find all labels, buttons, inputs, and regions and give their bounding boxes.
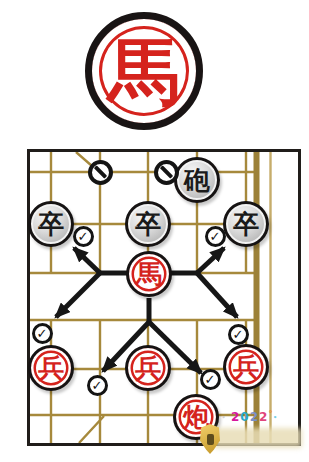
- move-arrow: [74, 248, 100, 273]
- piece-black-soldier-left[interactable]: 卒: [28, 201, 74, 247]
- watermark-shield-icon: [200, 424, 220, 454]
- allowed-check-icon: ✓: [205, 226, 226, 247]
- shield-emblem-dot: [207, 434, 214, 445]
- watermark-char: 2: [231, 410, 240, 424]
- page: 馬 砲卒卒卒馬兵兵兵炮 ✓✓✓✓✓✓ 。2022°。: [0, 0, 309, 462]
- watermark-char: 。: [273, 409, 282, 420]
- piece-red-soldier-left[interactable]: 兵: [28, 345, 74, 391]
- piece-black-soldier-mid[interactable]: 卒: [125, 201, 171, 247]
- grid-lines: [30, 152, 258, 443]
- piece-glyph: 兵: [233, 354, 259, 380]
- xiangqi-board: 砲卒卒卒馬兵兵兵炮 ✓✓✓✓✓✓: [27, 149, 301, 446]
- piece-black-soldier-right[interactable]: 卒: [223, 201, 269, 247]
- watermark-blur-logo: [214, 428, 302, 448]
- allowed-check-icon: ✓: [87, 375, 108, 396]
- piece-glyph: 馬: [136, 261, 162, 287]
- piece-glyph: 卒: [233, 211, 259, 237]
- piece-red-horse[interactable]: 馬: [126, 251, 172, 297]
- logo-horse-glyph: 馬: [108, 36, 180, 108]
- watermark-year-2022: 。2022°。: [222, 409, 282, 424]
- piece-glyph: 卒: [38, 211, 64, 237]
- allowed-check-icon: ✓: [228, 324, 249, 345]
- watermark-char: 。: [222, 409, 231, 420]
- allowed-check-icon: ✓: [200, 369, 221, 390]
- piece-glyph: 卒: [135, 211, 161, 237]
- move-arrow: [197, 273, 237, 317]
- watermark-char: 2: [250, 410, 259, 424]
- piece-glyph: 兵: [38, 355, 64, 381]
- move-arrow: [56, 273, 100, 317]
- piece-red-soldier-right[interactable]: 兵: [223, 344, 269, 390]
- piece-black-cannon[interactable]: 砲: [174, 157, 220, 203]
- piece-red-soldier-mid[interactable]: 兵: [125, 345, 171, 391]
- blocked-prohibit-icon: [154, 160, 179, 185]
- logo-horse-piece: 馬: [85, 12, 203, 130]
- watermark-char: 0: [240, 410, 249, 424]
- prohibit-slash: [159, 165, 172, 178]
- piece-glyph: 砲: [184, 167, 210, 193]
- prohibit-slash: [93, 165, 106, 178]
- move-arrow: [197, 248, 224, 273]
- allowed-check-icon: ✓: [73, 226, 94, 247]
- board-grid-lines: [30, 152, 298, 443]
- blocked-prohibit-icon: [88, 160, 113, 185]
- allowed-check-icon: ✓: [32, 323, 53, 344]
- watermark-char: 2: [259, 410, 268, 424]
- piece-glyph: 兵: [135, 355, 161, 381]
